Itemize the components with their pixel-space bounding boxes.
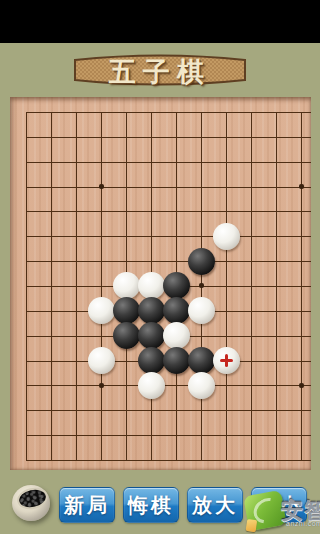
black-stone <box>163 297 190 324</box>
star-point <box>199 283 204 288</box>
status-bar <box>0 0 320 43</box>
black-stone <box>188 248 215 275</box>
zoom-in-button[interactable]: 放大 <box>187 487 243 523</box>
game-board[interactable] <box>10 97 311 470</box>
black-stone <box>138 322 165 349</box>
white-stone <box>188 372 215 399</box>
anzhi-tag-icon <box>246 519 258 532</box>
white-stone <box>113 272 140 299</box>
undo-button[interactable]: 悔棋 <box>123 487 179 523</box>
black-stone <box>113 297 140 324</box>
star-point <box>299 184 304 189</box>
black-stone <box>113 322 140 349</box>
grid-line <box>26 187 311 188</box>
new-game-button[interactable]: 新局 <box>59 487 115 523</box>
white-stone <box>213 223 240 250</box>
watermark-subtext: anzhi.com <box>286 520 320 527</box>
white-stone <box>163 322 190 349</box>
app-screen: 五子棋 新局 悔棋 放大 缩小 安智 anzhi.com <box>0 0 320 534</box>
black-stone <box>138 297 165 324</box>
last-move-marker <box>213 347 240 374</box>
black-stone <box>163 347 190 374</box>
grid-line <box>26 460 311 461</box>
white-stone <box>138 372 165 399</box>
grid-line <box>26 385 311 386</box>
grid-line <box>26 211 311 212</box>
star-point <box>99 383 104 388</box>
grid-line <box>26 236 311 237</box>
white-stone <box>88 297 115 324</box>
title-plaque: 五子棋 <box>72 49 248 91</box>
stone-bowl-stones <box>15 485 50 512</box>
grid-line <box>26 261 311 262</box>
white-stone <box>138 272 165 299</box>
watermark: 安智 anzhi.com <box>240 490 320 534</box>
white-stone <box>188 297 215 324</box>
star-point <box>99 184 104 189</box>
black-stone <box>138 347 165 374</box>
stone-bowl-icon <box>12 485 50 521</box>
white-stone <box>88 347 115 374</box>
grid-line <box>26 435 311 436</box>
grid-line <box>26 162 311 163</box>
grid-line <box>26 137 311 138</box>
black-stone <box>188 347 215 374</box>
grid-line <box>26 112 311 113</box>
page-title: 五子棋 <box>72 54 248 90</box>
grid-line <box>26 410 311 411</box>
star-point <box>299 383 304 388</box>
black-stone <box>163 272 190 299</box>
